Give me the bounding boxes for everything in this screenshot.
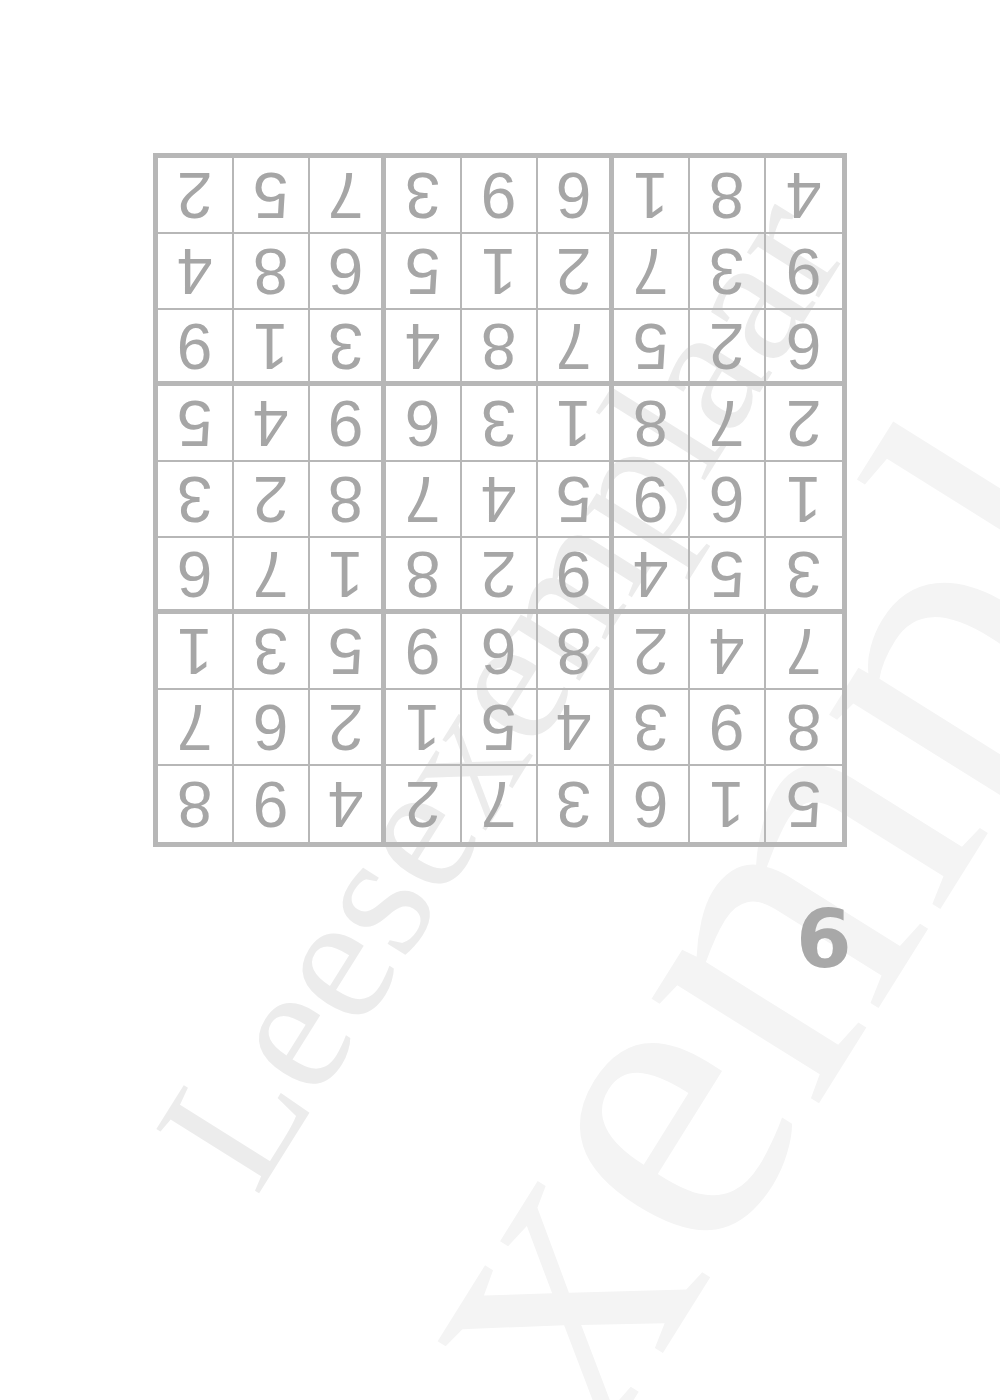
- cell-digit: 8: [633, 391, 669, 455]
- sudoku-cell-r6c8: 5: [690, 538, 766, 614]
- sudoku-cell-r2c4: 5: [386, 234, 462, 310]
- sudoku-cell-r8c1: 7: [158, 690, 234, 766]
- cell-digit: 3: [481, 391, 517, 455]
- sudoku-cell-r5c2: 2: [234, 462, 310, 538]
- cell-digit: 5: [177, 391, 213, 455]
- cell-digit: 8: [786, 695, 822, 759]
- cell-digit: 3: [253, 619, 289, 683]
- sudoku-cell-r4c1: 5: [158, 386, 234, 462]
- cell-digit: 1: [709, 772, 745, 836]
- cell-digit: 3: [786, 542, 822, 606]
- sudoku-cell-r7c3: 5: [310, 614, 386, 690]
- sudoku-cell-r1c2: 5: [234, 158, 310, 234]
- sudoku-cell-r9c5: 7: [462, 766, 538, 842]
- sudoku-cell-r3c3: 3: [310, 310, 386, 386]
- cell-digit: 4: [709, 619, 745, 683]
- sudoku-cell-r5c7: 9: [614, 462, 690, 538]
- cell-digit: 1: [481, 239, 517, 303]
- cell-digit: 2: [556, 239, 592, 303]
- cell-digit: 5: [328, 619, 364, 683]
- cell-digit: 6: [786, 314, 822, 378]
- sudoku-cell-r7c4: 9: [386, 614, 462, 690]
- cell-digit: 3: [556, 772, 592, 836]
- cell-digit: 6: [556, 163, 592, 227]
- cell-digit: 4: [786, 163, 822, 227]
- cell-digit: 5: [556, 467, 592, 531]
- cell-digit: 5: [633, 314, 669, 378]
- cell-digit: 1: [177, 619, 213, 683]
- cell-digit: 8: [405, 542, 441, 606]
- sudoku-cell-r6c5: 2: [462, 538, 538, 614]
- sudoku-cell-r3c6: 7: [538, 310, 614, 386]
- cell-digit: 9: [481, 163, 517, 227]
- cell-digit: 1: [253, 314, 289, 378]
- sudoku-cell-r4c2: 4: [234, 386, 310, 462]
- cell-digit: 6: [633, 772, 669, 836]
- sudoku-cell-r3c8: 2: [690, 310, 766, 386]
- cell-digit: 9: [786, 239, 822, 303]
- sudoku-cell-r4c5: 3: [462, 386, 538, 462]
- sudoku-cell-r3c9: 6: [766, 310, 842, 386]
- cell-digit: 4: [253, 391, 289, 455]
- sudoku-cell-r6c7: 4: [614, 538, 690, 614]
- sudoku-cell-r2c5: 1: [462, 234, 538, 310]
- sudoku-cell-r2c9: 9: [766, 234, 842, 310]
- cell-digit: 9: [177, 314, 213, 378]
- sudoku-cell-r6c6: 9: [538, 538, 614, 614]
- cell-digit: 2: [709, 314, 745, 378]
- sudoku-cell-r5c5: 4: [462, 462, 538, 538]
- sudoku-cell-r4c7: 8: [614, 386, 690, 462]
- sudoku-cell-r7c5: 6: [462, 614, 538, 690]
- cell-digit: 4: [328, 772, 364, 836]
- sudoku-cell-r8c9: 8: [766, 690, 842, 766]
- cell-digit: 6: [328, 239, 364, 303]
- cell-digit: 8: [709, 163, 745, 227]
- sudoku-cell-r1c6: 6: [538, 158, 614, 234]
- sudoku-cell-r6c4: 8: [386, 538, 462, 614]
- sudoku-cell-r3c4: 4: [386, 310, 462, 386]
- sudoku-cell-r8c6: 4: [538, 690, 614, 766]
- sudoku-cell-r5c4: 7: [386, 462, 462, 538]
- sudoku-cell-r9c8: 1: [690, 766, 766, 842]
- sudoku-cell-r1c4: 3: [386, 158, 462, 234]
- sudoku-cell-r7c8: 4: [690, 614, 766, 690]
- sudoku-cell-r5c1: 3: [158, 462, 234, 538]
- sudoku-cell-r7c2: 3: [234, 614, 310, 690]
- cell-digit: 8: [328, 467, 364, 531]
- cell-digit: 7: [253, 542, 289, 606]
- cell-digit: 1: [556, 391, 592, 455]
- cell-digit: 7: [786, 619, 822, 683]
- cell-digit: 5: [709, 542, 745, 606]
- cell-digit: 9: [633, 467, 669, 531]
- sudoku-cell-r1c8: 8: [690, 158, 766, 234]
- sudoku-cell-r8c7: 3: [614, 690, 690, 766]
- sudoku-cell-r1c5: 9: [462, 158, 538, 234]
- sudoku-cell-r7c7: 2: [614, 614, 690, 690]
- sudoku-cell-r1c1: 2: [158, 158, 234, 234]
- sudoku-cell-r9c9: 5: [766, 766, 842, 842]
- sudoku-cell-r8c3: 2: [310, 690, 386, 766]
- cell-digit: 7: [177, 695, 213, 759]
- sudoku-cell-r3c5: 8: [462, 310, 538, 386]
- sudoku-cell-r5c8: 6: [690, 462, 766, 538]
- sudoku-cell-r6c1: 6: [158, 538, 234, 614]
- cell-digit: 5: [481, 695, 517, 759]
- sudoku-cell-r7c6: 8: [538, 614, 614, 690]
- page-number: 6: [796, 900, 852, 980]
- cell-digit: 9: [405, 619, 441, 683]
- sudoku-cell-r9c6: 3: [538, 766, 614, 842]
- cell-digit: 7: [481, 772, 517, 836]
- sudoku-cell-r2c3: 6: [310, 234, 386, 310]
- cell-digit: 9: [253, 772, 289, 836]
- sudoku-cell-r8c5: 5: [462, 690, 538, 766]
- cell-digit: 3: [177, 467, 213, 531]
- sudoku-cell-r4c4: 6: [386, 386, 462, 462]
- sudoku-cell-r9c3: 4: [310, 766, 386, 842]
- cell-digit: 6: [481, 619, 517, 683]
- sudoku-cell-r6c9: 3: [766, 538, 842, 614]
- cell-digit: 4: [481, 467, 517, 531]
- sudoku-grid: 2573961844865127399134875265496318723287…: [153, 153, 847, 847]
- cell-digit: 5: [405, 239, 441, 303]
- cell-digit: 1: [405, 695, 441, 759]
- sudoku-cell-r5c6: 5: [538, 462, 614, 538]
- cell-digit: 7: [709, 391, 745, 455]
- cell-digit: 6: [253, 695, 289, 759]
- sudoku-cell-r8c2: 6: [234, 690, 310, 766]
- cell-digit: 1: [786, 467, 822, 531]
- cell-digit: 4: [556, 695, 592, 759]
- cell-digit: 3: [633, 695, 669, 759]
- sudoku-cell-r7c1: 1: [158, 614, 234, 690]
- cell-digit: 4: [177, 239, 213, 303]
- cell-digit: 1: [633, 163, 669, 227]
- sudoku-cell-r4c9: 2: [766, 386, 842, 462]
- sudoku-cell-r9c1: 8: [158, 766, 234, 842]
- cell-digit: 2: [328, 695, 364, 759]
- cell-digit: 8: [556, 619, 592, 683]
- sudoku-cell-r4c3: 9: [310, 386, 386, 462]
- sudoku-cell-r2c7: 7: [614, 234, 690, 310]
- cell-digit: 3: [328, 314, 364, 378]
- cell-digit: 7: [405, 467, 441, 531]
- cell-digit: 4: [405, 314, 441, 378]
- cell-digit: 2: [786, 391, 822, 455]
- sudoku-cell-r4c8: 7: [690, 386, 766, 462]
- sudoku-cell-r5c9: 1: [766, 462, 842, 538]
- sudoku-cell-r6c2: 7: [234, 538, 310, 614]
- cell-digit: 6: [405, 391, 441, 455]
- cell-digit: 2: [253, 467, 289, 531]
- sudoku-cell-r6c3: 1: [310, 538, 386, 614]
- cell-digit: 7: [328, 163, 364, 227]
- sudoku-cell-r3c7: 5: [614, 310, 690, 386]
- cell-digit: 8: [177, 772, 213, 836]
- sudoku-cell-r9c7: 6: [614, 766, 690, 842]
- sudoku-cell-r8c8: 9: [690, 690, 766, 766]
- sudoku-cell-r2c1: 4: [158, 234, 234, 310]
- sudoku-cell-r8c4: 1: [386, 690, 462, 766]
- sudoku-cell-r4c6: 1: [538, 386, 614, 462]
- cell-digit: 7: [633, 239, 669, 303]
- sudoku-cell-r2c6: 2: [538, 234, 614, 310]
- cell-digit: 3: [405, 163, 441, 227]
- sudoku-cell-r7c9: 7: [766, 614, 842, 690]
- sudoku-cell-r3c1: 9: [158, 310, 234, 386]
- sudoku-cell-r2c2: 8: [234, 234, 310, 310]
- cell-digit: 2: [177, 163, 213, 227]
- sudoku-cell-r5c3: 8: [310, 462, 386, 538]
- sudoku-cell-r9c2: 9: [234, 766, 310, 842]
- sudoku-cell-r1c3: 7: [310, 158, 386, 234]
- sudoku-cell-r1c9: 4: [766, 158, 842, 234]
- cell-digit: 9: [709, 695, 745, 759]
- cell-digit: 2: [481, 542, 517, 606]
- cell-digit: 2: [633, 619, 669, 683]
- sudoku-cell-r3c2: 1: [234, 310, 310, 386]
- cell-digit: 5: [786, 772, 822, 836]
- cell-digit: 9: [328, 391, 364, 455]
- sudoku-cell-r2c8: 3: [690, 234, 766, 310]
- cell-digit: 8: [481, 314, 517, 378]
- sudoku-cell-r9c4: 2: [386, 766, 462, 842]
- cell-digit: 3: [709, 239, 745, 303]
- cell-digit: 7: [556, 314, 592, 378]
- cell-digit: 2: [405, 772, 441, 836]
- cell-digit: 6: [709, 467, 745, 531]
- cell-digit: 1: [328, 542, 364, 606]
- sudoku-cell-r1c7: 1: [614, 158, 690, 234]
- cell-digit: 8: [253, 239, 289, 303]
- cell-digit: 4: [633, 542, 669, 606]
- cell-digit: 9: [556, 542, 592, 606]
- cell-digit: 5: [253, 163, 289, 227]
- cell-digit: 6: [177, 542, 213, 606]
